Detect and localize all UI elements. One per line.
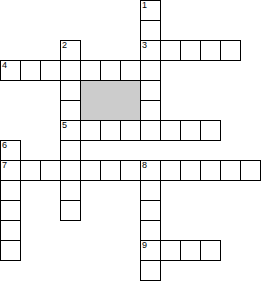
cell-r8-c2[interactable]	[40, 160, 61, 181]
clue-number-6: 6	[2, 141, 7, 150]
clue-number-3: 3	[142, 41, 147, 50]
cell-r6-c10[interactable]	[200, 120, 221, 141]
clue-number-7: 7	[2, 161, 7, 170]
cell-r8-c6[interactable]	[120, 160, 141, 181]
cell-r9-c0[interactable]	[0, 180, 21, 201]
clue-number-8: 8	[142, 161, 147, 170]
cell-r6-c9[interactable]	[180, 120, 201, 141]
cell-r2-c9[interactable]	[180, 40, 201, 61]
cell-r2-c10[interactable]	[200, 40, 221, 61]
cell-r3-c3[interactable]	[60, 60, 81, 81]
cell-r3-c1[interactable]	[20, 60, 41, 81]
cell-r12-c8[interactable]	[160, 240, 181, 261]
cell-r8-c5[interactable]	[100, 160, 121, 181]
cell-r4-c7[interactable]	[140, 80, 161, 101]
cell-r2-c8[interactable]	[160, 40, 181, 61]
cell-r7-c3[interactable]	[60, 140, 81, 161]
cell-r5-c3[interactable]	[60, 100, 81, 121]
clue-number-5: 5	[62, 121, 67, 130]
cell-r1-c7[interactable]	[140, 20, 161, 41]
cell-r6-c8[interactable]	[160, 120, 181, 141]
cell-r8-c12[interactable]	[240, 160, 261, 181]
cell-r2-c11[interactable]	[220, 40, 241, 61]
crossword-board: 123456789	[0, 0, 261, 281]
cell-r8-c1[interactable]	[20, 160, 41, 181]
cell-r3-c6[interactable]	[120, 60, 141, 81]
cell-r8-c10[interactable]	[200, 160, 221, 181]
cell-r5-c7[interactable]	[140, 100, 161, 121]
cell-r11-c7[interactable]	[140, 220, 161, 241]
cell-r8-c4[interactable]	[80, 160, 101, 181]
cell-r3-c5[interactable]	[100, 60, 121, 81]
cell-r10-c0[interactable]	[0, 200, 21, 221]
cell-r3-c2[interactable]	[40, 60, 61, 81]
clue-number-4: 4	[2, 61, 7, 70]
cell-r11-c0[interactable]	[0, 220, 21, 241]
cell-r10-c3[interactable]	[60, 200, 81, 221]
cell-r8-c9[interactable]	[180, 160, 201, 181]
cell-r12-c0[interactable]	[0, 240, 21, 261]
clue-number-9: 9	[142, 241, 147, 250]
cell-r3-c7[interactable]	[140, 60, 161, 81]
cell-r9-c7[interactable]	[140, 180, 161, 201]
clue-number-2: 2	[62, 41, 67, 50]
cell-r6-c6[interactable]	[120, 120, 141, 141]
cell-r8-c8[interactable]	[160, 160, 181, 181]
cell-r12-c9[interactable]	[180, 240, 201, 261]
blocked-region	[80, 80, 141, 121]
cell-r4-c3[interactable]	[60, 80, 81, 101]
clue-number-1: 1	[142, 1, 147, 10]
cell-r3-c4[interactable]	[80, 60, 101, 81]
cell-r13-c7[interactable]	[140, 260, 161, 281]
cell-r8-c11[interactable]	[220, 160, 241, 181]
cell-r6-c5[interactable]	[100, 120, 121, 141]
cell-r12-c10[interactable]	[200, 240, 221, 261]
cell-r8-c3[interactable]	[60, 160, 81, 181]
cell-r6-c7[interactable]	[140, 120, 161, 141]
cell-r9-c3[interactable]	[60, 180, 81, 201]
cell-r10-c7[interactable]	[140, 200, 161, 221]
cell-r6-c4[interactable]	[80, 120, 101, 141]
